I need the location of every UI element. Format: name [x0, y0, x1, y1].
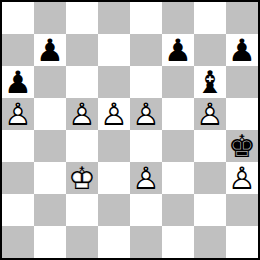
- black-king-glyph: ♚: [226, 130, 258, 162]
- white-king-piece: ♚♔: [66, 162, 98, 194]
- square-f4[interactable]: [162, 130, 194, 162]
- square-h6[interactable]: [226, 66, 258, 98]
- square-c8[interactable]: [66, 2, 98, 34]
- square-e7[interactable]: [130, 34, 162, 66]
- black-pawn-piece: ♟: [226, 34, 258, 66]
- chess-diagram: ♟♟♟♟♝♟♙♟♙♟♙♟♙♟♙♚♚♔♟♙♟♙: [0, 0, 260, 260]
- black-king-piece: ♚: [226, 130, 258, 162]
- square-e8[interactable]: [130, 2, 162, 34]
- square-b1[interactable]: [34, 226, 66, 258]
- square-h2[interactable]: [226, 194, 258, 226]
- square-c3[interactable]: ♚♔: [66, 162, 98, 194]
- white-pawn-glyph-outline: ♙: [98, 98, 130, 130]
- square-g7[interactable]: [194, 34, 226, 66]
- white-pawn-piece: ♟♙: [130, 98, 162, 130]
- black-pawn-piece: ♟: [162, 34, 194, 66]
- square-c7[interactable]: [66, 34, 98, 66]
- square-f7[interactable]: ♟: [162, 34, 194, 66]
- square-f8[interactable]: [162, 2, 194, 34]
- white-pawn-piece: ♟♙: [130, 162, 162, 194]
- square-h7[interactable]: ♟: [226, 34, 258, 66]
- white-pawn-glyph-outline: ♙: [226, 162, 258, 194]
- square-b5[interactable]: [34, 98, 66, 130]
- white-pawn-glyph-outline: ♙: [66, 98, 98, 130]
- square-g1[interactable]: [194, 226, 226, 258]
- white-pawn-piece: ♟♙: [194, 98, 226, 130]
- square-h8[interactable]: [226, 2, 258, 34]
- square-h4[interactable]: ♚: [226, 130, 258, 162]
- square-c6[interactable]: [66, 66, 98, 98]
- square-b6[interactable]: [34, 66, 66, 98]
- square-d4[interactable]: [98, 130, 130, 162]
- square-d5[interactable]: ♟♙: [98, 98, 130, 130]
- square-f2[interactable]: [162, 194, 194, 226]
- square-f3[interactable]: [162, 162, 194, 194]
- square-a8[interactable]: [2, 2, 34, 34]
- square-c5[interactable]: ♟♙: [66, 98, 98, 130]
- square-b2[interactable]: [34, 194, 66, 226]
- square-b8[interactable]: [34, 2, 66, 34]
- black-bishop-glyph: ♝: [194, 66, 226, 98]
- square-d7[interactable]: [98, 34, 130, 66]
- square-d1[interactable]: [98, 226, 130, 258]
- square-g2[interactable]: [194, 194, 226, 226]
- square-b3[interactable]: [34, 162, 66, 194]
- square-a7[interactable]: [2, 34, 34, 66]
- white-pawn-piece: ♟♙: [226, 162, 258, 194]
- square-c4[interactable]: [66, 130, 98, 162]
- black-pawn-glyph: ♟: [34, 34, 66, 66]
- square-e3[interactable]: ♟♙: [130, 162, 162, 194]
- square-h3[interactable]: ♟♙: [226, 162, 258, 194]
- square-g3[interactable]: [194, 162, 226, 194]
- square-d3[interactable]: [98, 162, 130, 194]
- black-pawn-glyph: ♟: [162, 34, 194, 66]
- white-pawn-piece: ♟♙: [66, 98, 98, 130]
- white-pawn-glyph-outline: ♙: [130, 162, 162, 194]
- square-f1[interactable]: [162, 226, 194, 258]
- square-e5[interactable]: ♟♙: [130, 98, 162, 130]
- square-g4[interactable]: [194, 130, 226, 162]
- black-bishop-piece: ♝: [194, 66, 226, 98]
- white-pawn-piece: ♟♙: [2, 98, 34, 130]
- black-pawn-piece: ♟: [34, 34, 66, 66]
- white-pawn-glyph-outline: ♙: [194, 98, 226, 130]
- black-pawn-piece: ♟: [2, 66, 34, 98]
- square-g6[interactable]: ♝: [194, 66, 226, 98]
- square-c1[interactable]: [66, 226, 98, 258]
- square-g5[interactable]: ♟♙: [194, 98, 226, 130]
- square-e2[interactable]: [130, 194, 162, 226]
- square-a4[interactable]: [2, 130, 34, 162]
- square-a3[interactable]: [2, 162, 34, 194]
- white-pawn-glyph-outline: ♙: [130, 98, 162, 130]
- white-king-glyph-outline: ♔: [66, 162, 98, 194]
- square-f5[interactable]: [162, 98, 194, 130]
- square-d2[interactable]: [98, 194, 130, 226]
- white-pawn-glyph-outline: ♙: [2, 98, 34, 130]
- square-e4[interactable]: [130, 130, 162, 162]
- square-b4[interactable]: [34, 130, 66, 162]
- square-b7[interactable]: ♟: [34, 34, 66, 66]
- square-d6[interactable]: [98, 66, 130, 98]
- square-a5[interactable]: ♟♙: [2, 98, 34, 130]
- square-d8[interactable]: [98, 2, 130, 34]
- square-a2[interactable]: [2, 194, 34, 226]
- white-pawn-piece: ♟♙: [98, 98, 130, 130]
- chess-board: ♟♟♟♟♝♟♙♟♙♟♙♟♙♟♙♚♚♔♟♙♟♙: [0, 0, 260, 260]
- square-h1[interactable]: [226, 226, 258, 258]
- black-pawn-glyph: ♟: [2, 66, 34, 98]
- square-a1[interactable]: [2, 226, 34, 258]
- square-e6[interactable]: [130, 66, 162, 98]
- square-a6[interactable]: ♟: [2, 66, 34, 98]
- square-c2[interactable]: [66, 194, 98, 226]
- black-pawn-glyph: ♟: [226, 34, 258, 66]
- square-g8[interactable]: [194, 2, 226, 34]
- square-h5[interactable]: [226, 98, 258, 130]
- square-e1[interactable]: [130, 226, 162, 258]
- square-f6[interactable]: [162, 66, 194, 98]
